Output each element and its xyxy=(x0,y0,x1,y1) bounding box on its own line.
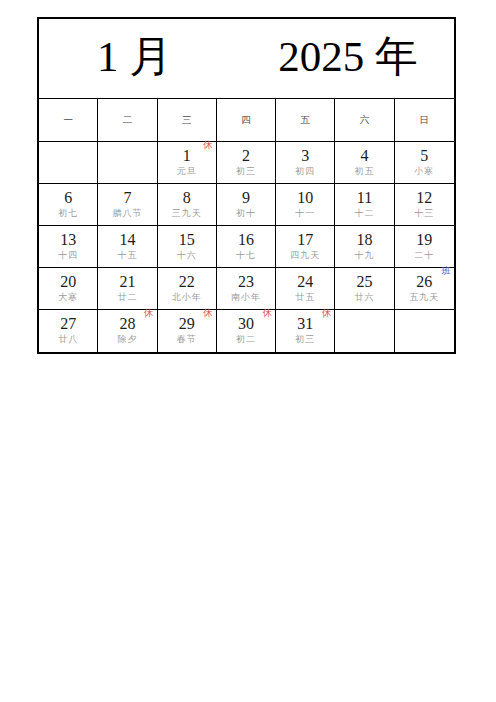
day-cell-8: 8 三九天 xyxy=(158,184,217,226)
lunar-label: 元旦 xyxy=(158,165,216,177)
day-number: 22 xyxy=(158,272,216,291)
weekday-sunday: 日 xyxy=(395,99,454,141)
day-number: 21 xyxy=(98,272,156,291)
lunar-label: 初三 xyxy=(217,165,275,177)
weekday-monday: 一 xyxy=(39,99,98,141)
lunar-label: 大寒 xyxy=(39,291,97,303)
day-cell-10: 10 十一 xyxy=(276,184,335,226)
day-cell-21: 21 廿二 xyxy=(98,268,157,310)
day-cell-27: 27 廿八 xyxy=(39,310,98,352)
day-cell-15: 15 十六 xyxy=(158,226,217,268)
lunar-label: 北小年 xyxy=(158,291,216,303)
lunar-label: 廿八 xyxy=(39,333,97,345)
day-cell-20: 20 大寒 xyxy=(39,268,98,310)
lunar-label: 十四 xyxy=(39,249,97,261)
weekday-header-row: 一 二 三 四 五 六 日 xyxy=(39,99,454,142)
calendar-january-2025: 1 月 2025 年 一 二 三 四 五 六 日 休 1 元旦 2 初三 3 初… xyxy=(37,17,456,354)
day-number: 8 xyxy=(158,188,216,207)
lunar-label: 十二 xyxy=(335,207,393,219)
lunar-label: 五九天 xyxy=(395,291,454,303)
day-cell-25: 25 廿六 xyxy=(335,268,394,310)
lunar-label: 十六 xyxy=(158,249,216,261)
day-cell-2: 2 初三 xyxy=(217,142,276,184)
day-number: 2 xyxy=(217,146,275,165)
empty-cell xyxy=(39,142,98,184)
empty-cell xyxy=(98,142,157,184)
day-cell-30: 休 30 初二 xyxy=(217,310,276,352)
day-cell-23: 23 南小年 xyxy=(217,268,276,310)
day-number: 6 xyxy=(39,188,97,207)
day-number: 16 xyxy=(217,230,275,249)
weekday-thursday: 四 xyxy=(217,99,276,141)
day-cell-6: 6 初七 xyxy=(39,184,98,226)
lunar-label: 十七 xyxy=(217,249,275,261)
day-number: 3 xyxy=(276,146,334,165)
lunar-label: 南小年 xyxy=(217,291,275,303)
day-number: 14 xyxy=(98,230,156,249)
lunar-label: 十一 xyxy=(276,207,334,219)
lunar-label: 初二 xyxy=(217,333,275,345)
day-number: 4 xyxy=(335,146,393,165)
day-number: 15 xyxy=(158,230,216,249)
weekday-saturday: 六 xyxy=(335,99,394,141)
lunar-label: 十三 xyxy=(395,207,454,219)
day-cell-13: 13 十四 xyxy=(39,226,98,268)
lunar-label: 初四 xyxy=(276,165,334,177)
rest-badge: 休 xyxy=(144,308,154,319)
lunar-label: 春节 xyxy=(158,333,216,345)
day-number: 5 xyxy=(395,146,454,165)
day-number: 11 xyxy=(335,188,393,207)
lunar-label: 十五 xyxy=(98,249,156,261)
day-number: 25 xyxy=(335,272,393,291)
day-number: 7 xyxy=(98,188,156,207)
day-number: 13 xyxy=(39,230,97,249)
day-cell-22: 22 北小年 xyxy=(158,268,217,310)
day-number: 24 xyxy=(276,272,334,291)
empty-cell xyxy=(335,310,394,352)
day-cell-16: 16 十七 xyxy=(217,226,276,268)
day-cell-28: 休 28 除夕 xyxy=(98,310,157,352)
day-number: 10 xyxy=(276,188,334,207)
day-number: 27 xyxy=(39,314,97,333)
year-title: 2025 年 xyxy=(278,28,418,86)
lunar-label: 小寒 xyxy=(395,165,454,177)
lunar-label: 廿六 xyxy=(335,291,393,303)
day-cell-17: 17 四九天 xyxy=(276,226,335,268)
day-number: 9 xyxy=(217,188,275,207)
lunar-label: 四九天 xyxy=(276,249,334,261)
day-number: 18 xyxy=(335,230,393,249)
day-number: 23 xyxy=(217,272,275,291)
day-cell-14: 14 十五 xyxy=(98,226,157,268)
day-cell-7: 7 腊八节 xyxy=(98,184,157,226)
weekday-wednesday: 三 xyxy=(158,99,217,141)
lunar-label: 初十 xyxy=(217,207,275,219)
day-cell-11: 11 十二 xyxy=(335,184,394,226)
lunar-label: 廿五 xyxy=(276,291,334,303)
calendar-title: 1 月 2025 年 xyxy=(39,19,454,99)
day-cell-19: 19 二十 xyxy=(395,226,454,268)
lunar-label: 腊八节 xyxy=(98,207,156,219)
day-cell-24: 24 廿五 xyxy=(276,268,335,310)
rest-badge: 休 xyxy=(322,308,332,319)
day-cell-12: 12 十三 xyxy=(395,184,454,226)
day-cell-5: 5 小寒 xyxy=(395,142,454,184)
day-cell-1: 休 1 元旦 xyxy=(158,142,217,184)
lunar-label: 十九 xyxy=(335,249,393,261)
day-cell-9: 9 初十 xyxy=(217,184,276,226)
lunar-label: 初五 xyxy=(335,165,393,177)
lunar-label: 廿二 xyxy=(98,291,156,303)
day-number: 19 xyxy=(395,230,454,249)
day-number: 17 xyxy=(276,230,334,249)
day-number: 12 xyxy=(395,188,454,207)
month-title: 1 月 xyxy=(97,28,172,86)
lunar-label: 初七 xyxy=(39,207,97,219)
work-badge: 班 xyxy=(441,266,451,277)
lunar-label: 除夕 xyxy=(98,333,156,345)
rest-badge: 休 xyxy=(203,140,213,151)
day-grid: 休 1 元旦 2 初三 3 初四 4 初五 5 小寒 6 初七 7 腊八节 xyxy=(39,142,454,352)
day-cell-18: 18 十九 xyxy=(335,226,394,268)
rest-badge: 休 xyxy=(203,308,213,319)
day-cell-3: 3 初四 xyxy=(276,142,335,184)
weekday-friday: 五 xyxy=(276,99,335,141)
day-cell-29: 休 29 春节 xyxy=(158,310,217,352)
day-cell-4: 4 初五 xyxy=(335,142,394,184)
day-cell-31: 休 31 初三 xyxy=(276,310,335,352)
lunar-label: 三九天 xyxy=(158,207,216,219)
rest-badge: 休 xyxy=(263,308,273,319)
lunar-label: 初三 xyxy=(276,333,334,345)
lunar-label: 二十 xyxy=(395,249,454,261)
day-cell-26: 班 26 五九天 xyxy=(395,268,454,310)
weekday-tuesday: 二 xyxy=(98,99,157,141)
day-number: 20 xyxy=(39,272,97,291)
empty-cell xyxy=(395,310,454,352)
